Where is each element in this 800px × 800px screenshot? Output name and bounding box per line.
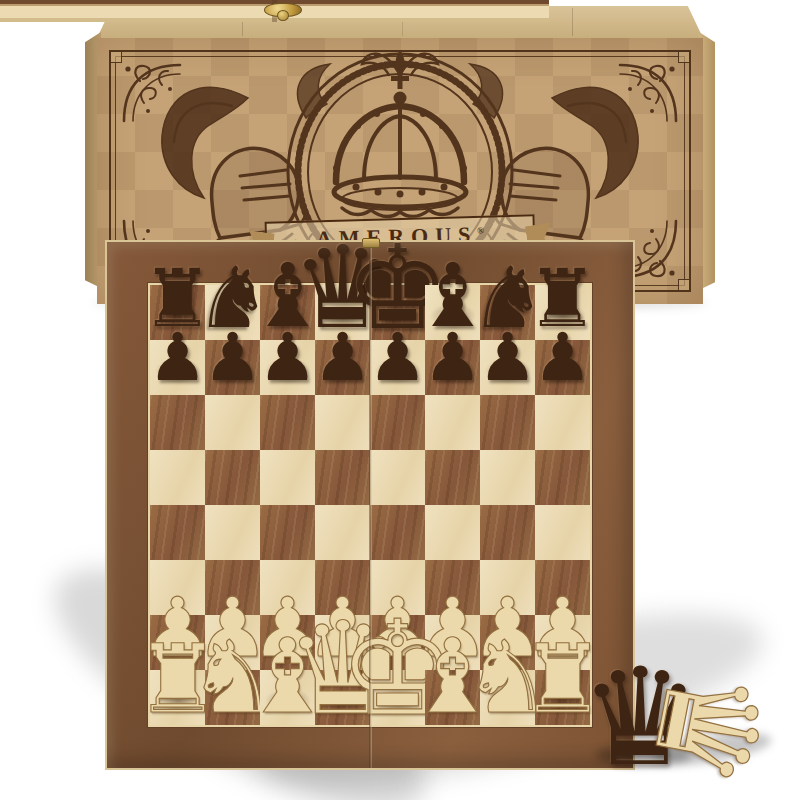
square-e6 — [370, 395, 425, 450]
square-b5 — [205, 450, 260, 505]
square-e5 — [370, 450, 425, 505]
board-fold-seam — [369, 242, 372, 768]
square-g6 — [480, 395, 535, 450]
square-d6 — [315, 395, 370, 450]
square-c6 — [260, 395, 315, 450]
clasp-knob — [277, 10, 289, 21]
square-h6 — [535, 395, 590, 450]
square-g5 — [480, 450, 535, 505]
square-f5 — [425, 450, 480, 505]
extra-light-queen: ♛ — [626, 635, 789, 800]
square-e4 — [370, 505, 425, 560]
square-f4 — [425, 505, 480, 560]
brass-hinge — [362, 238, 380, 248]
square-d5 — [315, 450, 370, 505]
square-b4 — [205, 505, 260, 560]
square-g4 — [480, 505, 535, 560]
chessboard: ♜♞♝♛♚♝♞♜♟♟♟♟♟♟♟♟♟♟♟♟♟♟♟♟♜♞♝♛♚♝♞♜ — [105, 240, 635, 770]
square-h7: ♟ — [535, 340, 590, 395]
square-c5 — [260, 450, 315, 505]
square-h4 — [535, 505, 590, 560]
square-a5 — [150, 450, 205, 505]
square-h5 — [535, 450, 590, 505]
square-a6 — [150, 395, 205, 450]
square-f6 — [425, 395, 480, 450]
product-photo-stage: AMEROUS® ◆ ◆ ◆ ◆ ◆ ◆ ◆ CHESS ♜♞♝♛♚♝♞♜♟♟♟… — [0, 0, 800, 800]
square-b6 — [205, 395, 260, 450]
crown-graphic — [333, 70, 467, 217]
square-a4 — [150, 505, 205, 560]
brass-clasp — [264, 1, 300, 19]
black-pawn: ♟ — [483, 325, 643, 391]
square-c4 — [260, 505, 315, 560]
trademark-symbol: ® — [477, 225, 484, 235]
square-d4 — [315, 505, 370, 560]
board-side-front — [0, 0, 549, 22]
